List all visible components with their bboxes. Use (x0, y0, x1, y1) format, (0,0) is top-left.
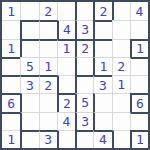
cell-r8c8[interactable]: 1 (130, 130, 148, 148)
cell-r3c3[interactable] (39, 39, 57, 57)
cell-r7c1[interactable] (2, 112, 20, 130)
cell-r4c1[interactable] (2, 57, 20, 75)
cell-r8c6[interactable]: 4 (93, 130, 111, 148)
cell-r1c7[interactable] (112, 2, 130, 20)
cell-r5c4[interactable] (57, 75, 75, 93)
cell-r8c1[interactable]: 1 (2, 130, 20, 148)
cell-r2c1[interactable] (2, 20, 20, 38)
cell-r5c7[interactable]: 1 (112, 75, 130, 93)
cell-r7c3[interactable] (39, 112, 57, 130)
cell-r1c6[interactable]: 2 (93, 2, 111, 20)
cell-r7c8[interactable] (130, 112, 148, 130)
puzzle-board: 1224431121511232316256431341 (0, 0, 150, 150)
cell-r5c6[interactable]: 3 (93, 75, 111, 93)
cell-r1c2[interactable] (20, 2, 38, 20)
cell-r1c8[interactable]: 4 (130, 2, 148, 20)
puzzle-grid: 1224431121511232316256431341 (0, 0, 150, 150)
cell-r3c4[interactable]: 1 (57, 39, 75, 57)
cell-r7c6[interactable] (93, 112, 111, 130)
cell-r8c7[interactable] (112, 130, 130, 148)
cell-r1c4[interactable] (57, 2, 75, 20)
cell-r2c7[interactable] (112, 20, 130, 38)
cell-r6c2[interactable] (20, 93, 38, 111)
cell-r3c5[interactable]: 2 (75, 39, 93, 57)
cell-r2c2[interactable] (20, 20, 38, 38)
cell-r2c3[interactable] (39, 20, 57, 38)
cell-r8c4[interactable] (57, 130, 75, 148)
cell-r6c1[interactable]: 6 (2, 93, 20, 111)
cell-r4c3[interactable]: 1 (39, 57, 57, 75)
cell-r5c5[interactable] (75, 75, 93, 93)
cell-r6c3[interactable] (39, 93, 57, 111)
cell-r8c3[interactable]: 3 (39, 130, 57, 148)
cell-r7c7[interactable] (112, 112, 130, 130)
cell-r3c2[interactable] (20, 39, 38, 57)
cell-r4c2[interactable]: 5 (20, 57, 38, 75)
cell-r2c4[interactable]: 4 (57, 20, 75, 38)
cell-r1c1[interactable]: 1 (2, 2, 20, 20)
cell-r6c4[interactable]: 2 (57, 93, 75, 111)
cell-r6c8[interactable]: 6 (130, 93, 148, 111)
cell-r4c6[interactable]: 1 (93, 57, 111, 75)
cell-r4c8[interactable] (130, 57, 148, 75)
cell-r7c5[interactable]: 3 (75, 112, 93, 130)
cell-r1c3[interactable]: 2 (39, 2, 57, 20)
cell-r4c5[interactable] (75, 57, 93, 75)
cell-r1c5[interactable] (75, 2, 93, 20)
cell-r5c8[interactable] (130, 75, 148, 93)
cell-r6c7[interactable] (112, 93, 130, 111)
cell-r2c5[interactable]: 3 (75, 20, 93, 38)
cell-r3c6[interactable] (93, 39, 111, 57)
cell-r3c1[interactable]: 1 (2, 39, 20, 57)
cell-r3c8[interactable]: 1 (130, 39, 148, 57)
cell-r5c3[interactable]: 2 (39, 75, 57, 93)
cell-r8c5[interactable] (75, 130, 93, 148)
cell-r2c8[interactable] (130, 20, 148, 38)
cell-r5c1[interactable] (2, 75, 20, 93)
cell-r6c6[interactable] (93, 93, 111, 111)
cell-r2c6[interactable] (93, 20, 111, 38)
cell-r8c2[interactable] (20, 130, 38, 148)
cell-r4c4[interactable] (57, 57, 75, 75)
cell-r7c4[interactable]: 4 (57, 112, 75, 130)
cell-r3c7[interactable] (112, 39, 130, 57)
cell-r7c2[interactable] (20, 112, 38, 130)
cell-r4c7[interactable]: 2 (112, 57, 130, 75)
cell-r6c5[interactable]: 5 (75, 93, 93, 111)
cell-r5c2[interactable]: 3 (20, 75, 38, 93)
